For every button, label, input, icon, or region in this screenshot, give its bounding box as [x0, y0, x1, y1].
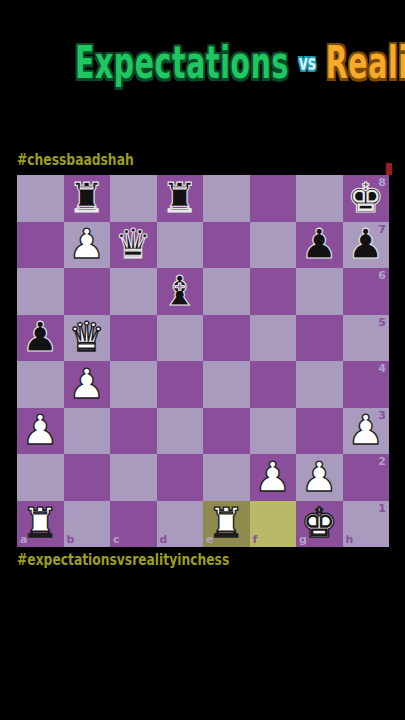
square-g1[interactable]: g♚: [296, 501, 343, 548]
square-a5[interactable]: ♟: [17, 315, 64, 362]
white-queen-b5[interactable]: ♛: [68, 317, 105, 358]
title-word-vs: vs: [299, 50, 316, 75]
square-f1[interactable]: f: [250, 501, 297, 548]
square-c6[interactable]: [110, 268, 157, 315]
square-a3[interactable]: ♟: [17, 408, 64, 455]
rank-label-1: 1: [378, 503, 386, 514]
square-h4[interactable]: 4: [343, 361, 390, 408]
square-c4[interactable]: [110, 361, 157, 408]
white-pawn-b7[interactable]: ♟: [68, 224, 105, 265]
square-g5[interactable]: [296, 315, 343, 362]
square-f3[interactable]: [250, 408, 297, 455]
hashtag-expectationsvsrealityinchess: #expectationsvsrealityinchess: [17, 551, 229, 569]
square-g2[interactable]: ♟: [296, 454, 343, 501]
square-d3[interactable]: [157, 408, 204, 455]
square-g4[interactable]: [296, 361, 343, 408]
square-h3[interactable]: 3♟: [343, 408, 390, 455]
square-e2[interactable]: [203, 454, 250, 501]
chess-board: ♜♜8♚♟♛♟7♟♝6♟♛5♟4♟3♟♟♟2a♜bcde♜fg♚1h: [17, 175, 389, 547]
title-word-reality: Reality: [326, 36, 405, 89]
square-d5[interactable]: [157, 315, 204, 362]
square-d4[interactable]: [157, 361, 204, 408]
rank-label-6: 6: [378, 270, 386, 281]
square-g6[interactable]: [296, 268, 343, 315]
square-c1[interactable]: c: [110, 501, 157, 548]
rank-label-7: 7: [378, 224, 386, 235]
square-b4[interactable]: ♟: [64, 361, 111, 408]
title-banner: Expectations vs Reality: [75, 38, 330, 98]
square-a8[interactable]: [17, 175, 64, 222]
rank-label-3: 3: [378, 410, 386, 421]
square-a2[interactable]: [17, 454, 64, 501]
black-rook-d8[interactable]: ♜: [161, 178, 198, 219]
square-h2[interactable]: 2: [343, 454, 390, 501]
square-e3[interactable]: [203, 408, 250, 455]
square-g7[interactable]: ♟: [296, 222, 343, 269]
square-f6[interactable]: [250, 268, 297, 315]
square-a6[interactable]: [17, 268, 64, 315]
square-f2[interactable]: ♟: [250, 454, 297, 501]
square-c7[interactable]: ♛: [110, 222, 157, 269]
square-g8[interactable]: [296, 175, 343, 222]
square-c3[interactable]: [110, 408, 157, 455]
square-h8[interactable]: 8♚: [343, 175, 390, 222]
square-a4[interactable]: [17, 361, 64, 408]
square-c2[interactable]: [110, 454, 157, 501]
file-label-c: c: [113, 534, 120, 545]
white-pawn-b4[interactable]: ♟: [68, 364, 105, 405]
square-e1[interactable]: e♜: [203, 501, 250, 548]
square-b1[interactable]: b: [64, 501, 111, 548]
rank-label-2: 2: [378, 456, 386, 467]
square-b6[interactable]: [64, 268, 111, 315]
file-label-a: a: [20, 534, 27, 545]
white-pawn-g2[interactable]: ♟: [301, 457, 338, 498]
black-queen-c7[interactable]: ♛: [115, 224, 152, 265]
square-f5[interactable]: [250, 315, 297, 362]
black-rook-b8[interactable]: ♜: [68, 178, 105, 219]
file-label-d: d: [160, 534, 168, 545]
square-c8[interactable]: [110, 175, 157, 222]
square-b2[interactable]: [64, 454, 111, 501]
white-pawn-a3[interactable]: ♟: [22, 410, 59, 451]
square-e7[interactable]: [203, 222, 250, 269]
square-h5[interactable]: 5: [343, 315, 390, 362]
square-d8[interactable]: ♜: [157, 175, 204, 222]
red-corner-marker: [386, 163, 392, 175]
rank-label-4: 4: [378, 363, 386, 374]
square-e8[interactable]: [203, 175, 250, 222]
square-f8[interactable]: [250, 175, 297, 222]
file-label-h: h: [346, 534, 354, 545]
square-a7[interactable]: [17, 222, 64, 269]
video-frame: Expectations vs Reality #chessbaadshah ♜…: [0, 0, 405, 720]
square-b5[interactable]: ♛: [64, 315, 111, 362]
black-pawn-g7[interactable]: ♟: [301, 224, 338, 265]
file-label-b: b: [67, 534, 75, 545]
rank-label-8: 8: [378, 177, 386, 188]
square-d1[interactable]: d: [157, 501, 204, 548]
square-d7[interactable]: [157, 222, 204, 269]
square-b3[interactable]: [64, 408, 111, 455]
square-d2[interactable]: [157, 454, 204, 501]
file-label-f: f: [253, 534, 258, 545]
square-e5[interactable]: [203, 315, 250, 362]
rank-label-5: 5: [378, 317, 386, 328]
file-label-e: e: [206, 534, 213, 545]
square-e6[interactable]: [203, 268, 250, 315]
black-pawn-a5[interactable]: ♟: [22, 317, 59, 358]
square-f4[interactable]: [250, 361, 297, 408]
square-g3[interactable]: [296, 408, 343, 455]
square-d6[interactable]: ♝: [157, 268, 204, 315]
square-c5[interactable]: [110, 315, 157, 362]
square-a1[interactable]: a♜: [17, 501, 64, 548]
square-b8[interactable]: ♜: [64, 175, 111, 222]
square-e4[interactable]: [203, 361, 250, 408]
title-word-expectations: Expectations: [75, 36, 289, 89]
square-h6[interactable]: 6: [343, 268, 390, 315]
hashtag-chessbaadshah: #chessbaadshah: [17, 151, 134, 169]
square-h7[interactable]: 7♟: [343, 222, 390, 269]
square-h1[interactable]: 1h: [343, 501, 390, 548]
square-b7[interactable]: ♟: [64, 222, 111, 269]
square-f7[interactable]: [250, 222, 297, 269]
white-pawn-f2[interactable]: ♟: [254, 457, 291, 498]
black-bishop-d6[interactable]: ♝: [161, 271, 198, 312]
file-label-g: g: [299, 534, 307, 545]
